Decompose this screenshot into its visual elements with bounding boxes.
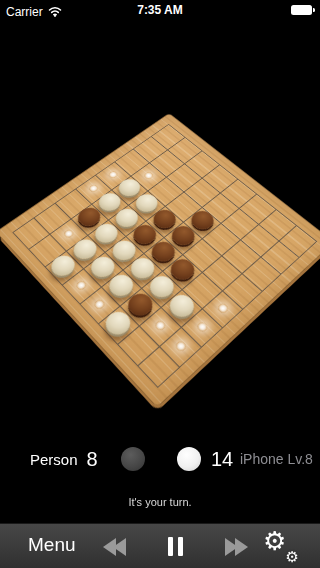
bottom-toolbar: Menu ⚙⚙ — [0, 523, 320, 568]
turn-message: It's your turn. — [0, 496, 320, 508]
rewind-icon[interactable] — [103, 538, 126, 556]
settings-gears-icon[interactable]: ⚙⚙ — [263, 527, 297, 565]
app-screen: Carrier 7:35 AM — [0, 0, 320, 568]
menu-button[interactable]: Menu — [28, 534, 76, 556]
pause-icon[interactable] — [168, 537, 183, 556]
opponent-label: iPhone Lv.8 — [240, 451, 313, 467]
othello-board[interactable] — [44, 117, 284, 357]
opponent-score: 14 — [209, 448, 235, 471]
dark-score-disc — [121, 447, 145, 471]
status-bar: Carrier 7:35 AM — [0, 0, 320, 20]
score-bar: Person 8 14 iPhone Lv.8 — [0, 444, 320, 474]
player-score: 8 — [80, 448, 104, 471]
status-time: 7:35 AM — [0, 3, 320, 17]
player-label: Person — [30, 451, 78, 468]
fast-forward-icon[interactable] — [225, 538, 248, 556]
board-3d — [0, 113, 320, 408]
light-score-disc — [177, 447, 201, 471]
battery-icon — [291, 5, 315, 15]
